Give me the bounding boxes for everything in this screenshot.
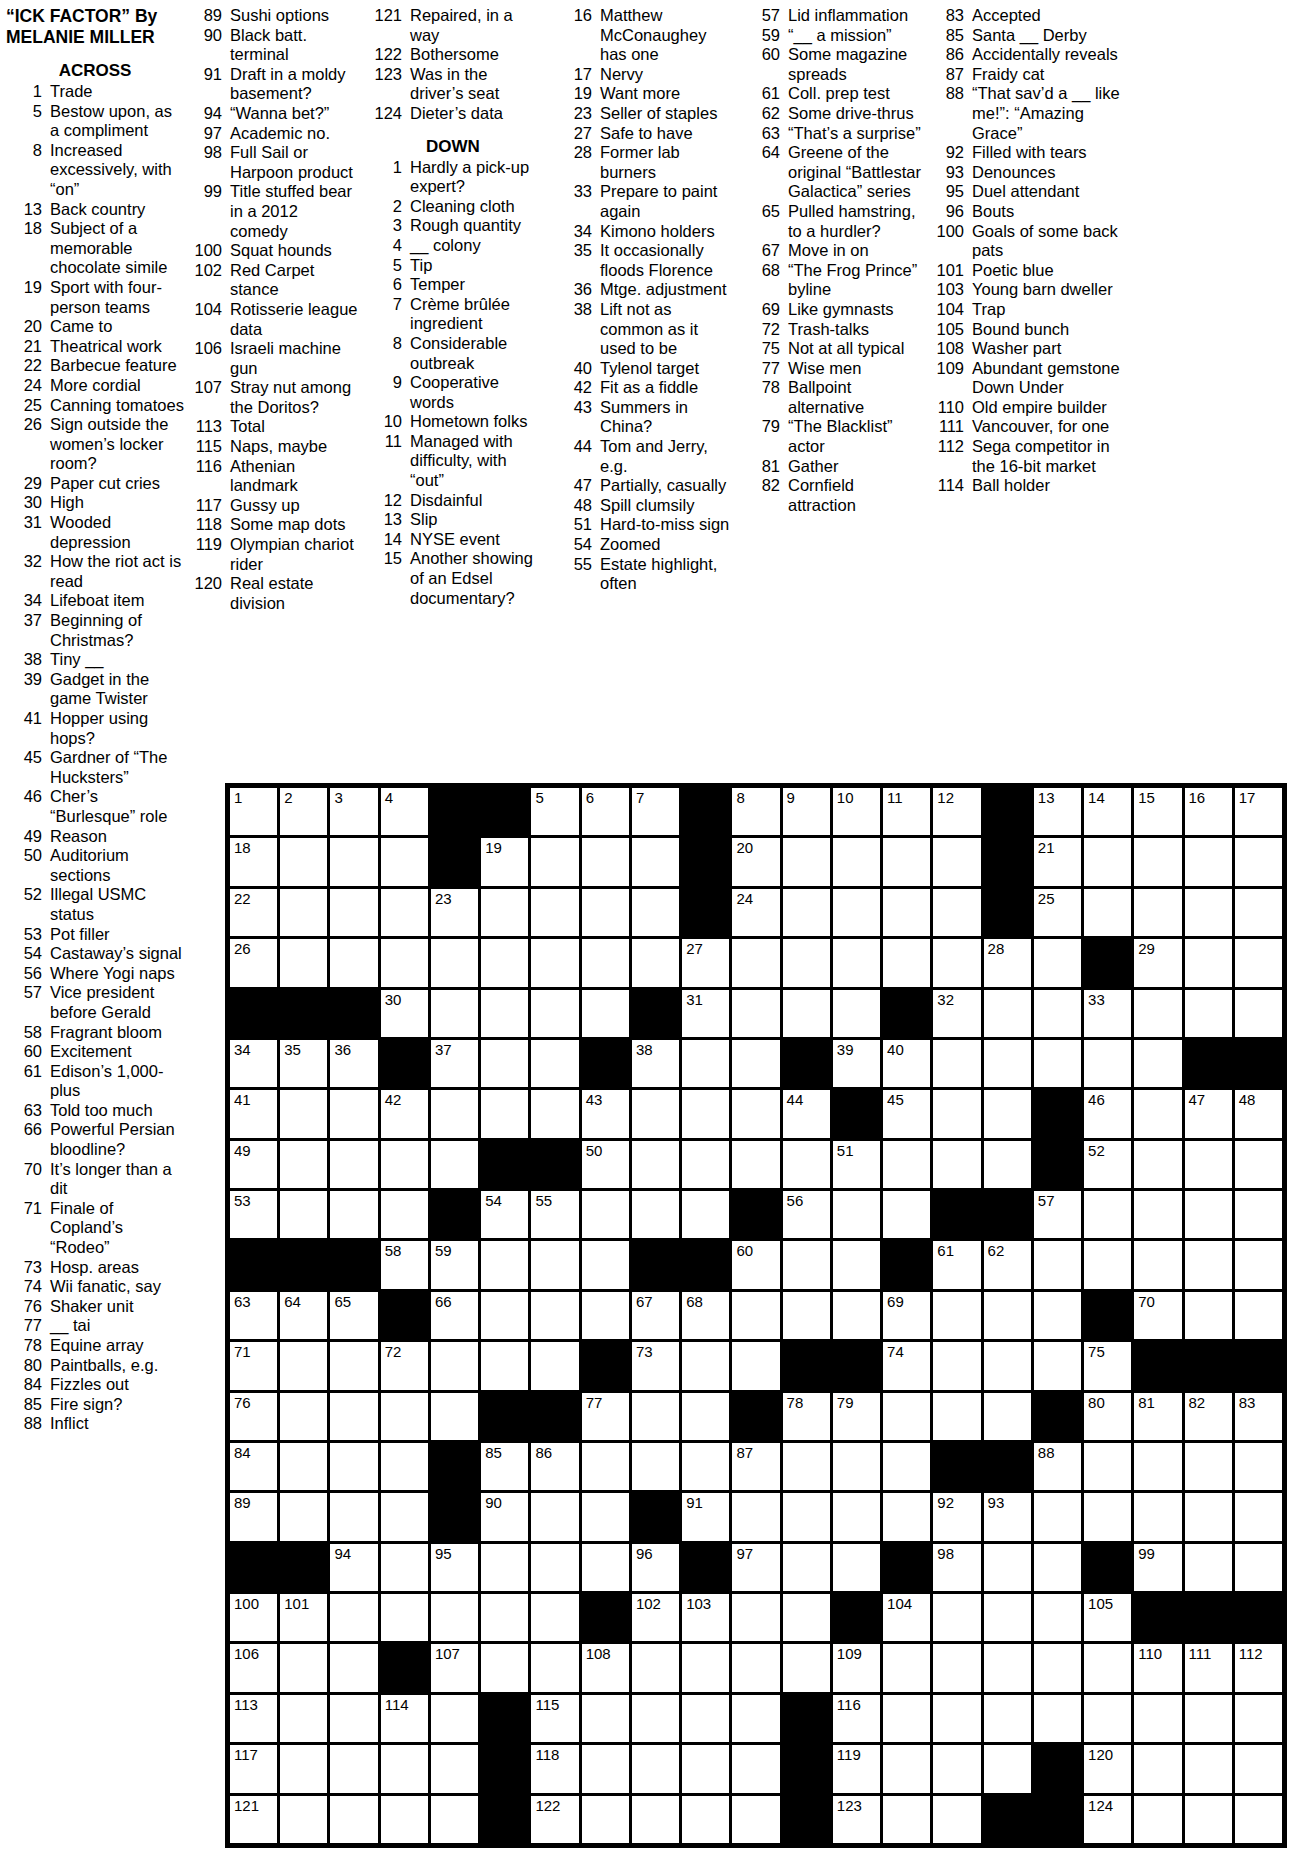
cell-r7c21[interactable]: 48 <box>1235 1090 1282 1137</box>
cell-r1c12[interactable]: 9 <box>783 788 830 835</box>
cell-r5c5[interactable] <box>431 990 478 1037</box>
cell-r4c16[interactable]: 28 <box>984 939 1031 986</box>
cell-r8c11[interactable] <box>732 1141 779 1188</box>
cell-r21c10[interactable] <box>682 1796 729 1843</box>
cell-r3c11[interactable]: 24 <box>732 889 779 936</box>
cell-r14c21[interactable] <box>1235 1443 1282 1490</box>
cell-r14c20[interactable] <box>1185 1443 1232 1490</box>
cell-r11c19[interactable]: 70 <box>1134 1292 1181 1339</box>
cell-r5c11[interactable] <box>732 990 779 1037</box>
cell-r15c10[interactable]: 91 <box>682 1493 729 1540</box>
cell-r19c1[interactable]: 113 <box>230 1695 277 1742</box>
cell-r8c10[interactable] <box>682 1141 729 1188</box>
cell-r13c4[interactable] <box>381 1393 428 1440</box>
cell-r2c4[interactable] <box>381 838 428 885</box>
cell-r12c18[interactable]: 75 <box>1084 1342 1131 1389</box>
cell-r3c21[interactable] <box>1235 889 1282 936</box>
cell-r10c12[interactable] <box>783 1241 830 1288</box>
cell-r18c15[interactable] <box>933 1644 980 1691</box>
cell-r5c19[interactable] <box>1134 990 1181 1037</box>
cell-r1c17[interactable]: 13 <box>1034 788 1081 835</box>
cell-r15c12[interactable] <box>783 1493 830 1540</box>
cell-r10c17[interactable] <box>1034 1241 1081 1288</box>
cell-r9c18[interactable] <box>1084 1191 1131 1238</box>
cell-r14c4[interactable] <box>381 1443 428 1490</box>
cell-r11c14[interactable]: 69 <box>883 1292 930 1339</box>
cell-r13c10[interactable] <box>682 1393 729 1440</box>
cell-r19c20[interactable] <box>1185 1695 1232 1742</box>
cell-r2c12[interactable] <box>783 838 830 885</box>
cell-r21c9[interactable] <box>632 1796 679 1843</box>
cell-r17c7[interactable] <box>531 1594 578 1641</box>
cell-r17c9[interactable]: 102 <box>632 1594 679 1641</box>
cell-r9c9[interactable] <box>632 1191 679 1238</box>
cell-r7c1[interactable]: 41 <box>230 1090 277 1137</box>
cell-r13c2[interactable] <box>280 1393 327 1440</box>
cell-r9c1[interactable]: 53 <box>230 1191 277 1238</box>
cell-r6c13[interactable]: 39 <box>833 1040 880 1087</box>
cell-r18c7[interactable] <box>531 1644 578 1691</box>
cell-r15c20[interactable] <box>1185 1493 1232 1540</box>
cell-r1c7[interactable]: 5 <box>531 788 578 835</box>
cell-r19c3[interactable] <box>330 1695 377 1742</box>
cell-r6c2[interactable]: 35 <box>280 1040 327 1087</box>
cell-r3c7[interactable] <box>531 889 578 936</box>
cell-r20c15[interactable] <box>933 1745 980 1792</box>
cell-r14c3[interactable] <box>330 1443 377 1490</box>
cell-r6c19[interactable] <box>1134 1040 1181 1087</box>
cell-r15c15[interactable]: 92 <box>933 1493 980 1540</box>
cell-r18c14[interactable] <box>883 1644 930 1691</box>
cell-r6c16[interactable] <box>984 1040 1031 1087</box>
cell-r5c15[interactable]: 32 <box>933 990 980 1037</box>
cell-r16c21[interactable] <box>1235 1544 1282 1591</box>
cell-r20c14[interactable] <box>883 1745 930 1792</box>
cell-r7c14[interactable]: 45 <box>883 1090 930 1137</box>
cell-r9c14[interactable] <box>883 1191 930 1238</box>
cell-r15c1[interactable]: 89 <box>230 1493 277 1540</box>
cell-r16c8[interactable] <box>582 1544 629 1591</box>
cell-r8c8[interactable]: 50 <box>582 1141 629 1188</box>
cell-r7c8[interactable]: 43 <box>582 1090 629 1137</box>
cell-r10c4[interactable]: 58 <box>381 1241 428 1288</box>
cell-r3c8[interactable] <box>582 889 629 936</box>
cell-r11c13[interactable] <box>833 1292 880 1339</box>
cell-r3c18[interactable] <box>1084 889 1131 936</box>
cell-r16c5[interactable]: 95 <box>431 1544 478 1591</box>
cell-r20c16[interactable] <box>984 1745 1031 1792</box>
cell-r7c3[interactable] <box>330 1090 377 1137</box>
cell-r7c15[interactable] <box>933 1090 980 1137</box>
cell-r10c15[interactable]: 61 <box>933 1241 980 1288</box>
cell-r14c10[interactable] <box>682 1443 729 1490</box>
cell-r16c9[interactable]: 96 <box>632 1544 679 1591</box>
cell-r16c4[interactable] <box>381 1544 428 1591</box>
cell-r4c4[interactable] <box>381 939 428 986</box>
cell-r6c9[interactable]: 38 <box>632 1040 679 1087</box>
cell-r21c14[interactable] <box>883 1796 930 1843</box>
cell-r3c9[interactable] <box>632 889 679 936</box>
cell-r16c11[interactable]: 97 <box>732 1544 779 1591</box>
cell-r19c15[interactable] <box>933 1695 980 1742</box>
cell-r8c13[interactable]: 51 <box>833 1141 880 1188</box>
cell-r8c18[interactable]: 52 <box>1084 1141 1131 1188</box>
cell-r13c14[interactable] <box>883 1393 930 1440</box>
cell-r3c20[interactable] <box>1185 889 1232 936</box>
cell-r1c3[interactable]: 3 <box>330 788 377 835</box>
cell-r14c8[interactable] <box>582 1443 629 1490</box>
cell-r15c2[interactable] <box>280 1493 327 1540</box>
cell-r9c8[interactable] <box>582 1191 629 1238</box>
cell-r14c17[interactable]: 88 <box>1034 1443 1081 1490</box>
cell-r1c2[interactable]: 2 <box>280 788 327 835</box>
cell-r5c4[interactable]: 30 <box>381 990 428 1037</box>
cell-r8c16[interactable] <box>984 1141 1031 1188</box>
cell-r13c21[interactable]: 83 <box>1235 1393 1282 1440</box>
cell-r6c11[interactable] <box>732 1040 779 1087</box>
cell-r11c2[interactable]: 64 <box>280 1292 327 1339</box>
cell-r7c19[interactable] <box>1134 1090 1181 1137</box>
cell-r4c2[interactable] <box>280 939 327 986</box>
cell-r9c6[interactable]: 54 <box>481 1191 528 1238</box>
cell-r19c14[interactable] <box>883 1695 930 1742</box>
cell-r6c6[interactable] <box>481 1040 528 1087</box>
cell-r17c2[interactable]: 101 <box>280 1594 327 1641</box>
cell-r2c14[interactable] <box>883 838 930 885</box>
cell-r1c11[interactable]: 8 <box>732 788 779 835</box>
cell-r17c4[interactable] <box>381 1594 428 1641</box>
cell-r19c18[interactable] <box>1084 1695 1131 1742</box>
cell-r18c12[interactable] <box>783 1644 830 1691</box>
cell-r16c16[interactable] <box>984 1544 1031 1591</box>
cell-r11c6[interactable] <box>481 1292 528 1339</box>
cell-r10c20[interactable] <box>1185 1241 1232 1288</box>
cell-r5c7[interactable] <box>531 990 578 1037</box>
cell-r11c21[interactable] <box>1235 1292 1282 1339</box>
cell-r6c17[interactable] <box>1034 1040 1081 1087</box>
cell-r9c13[interactable] <box>833 1191 880 1238</box>
cell-r3c13[interactable] <box>833 889 880 936</box>
cell-r15c8[interactable] <box>582 1493 629 1540</box>
cell-r18c6[interactable] <box>481 1644 528 1691</box>
cell-r19c17[interactable] <box>1034 1695 1081 1742</box>
cell-r1c1[interactable]: 1 <box>230 788 277 835</box>
cell-r11c10[interactable]: 68 <box>682 1292 729 1339</box>
cell-r3c4[interactable] <box>381 889 428 936</box>
cell-r21c3[interactable] <box>330 1796 377 1843</box>
cell-r1c19[interactable]: 15 <box>1134 788 1181 835</box>
cell-r13c13[interactable]: 79 <box>833 1393 880 1440</box>
cell-r6c1[interactable]: 34 <box>230 1040 277 1087</box>
cell-r8c2[interactable] <box>280 1141 327 1188</box>
cell-r13c9[interactable] <box>632 1393 679 1440</box>
cell-r3c1[interactable]: 22 <box>230 889 277 936</box>
cell-r18c3[interactable] <box>330 1644 377 1691</box>
cell-r10c6[interactable] <box>481 1241 528 1288</box>
cell-r7c5[interactable] <box>431 1090 478 1137</box>
cell-r20c8[interactable] <box>582 1745 629 1792</box>
cell-r17c18[interactable]: 105 <box>1084 1594 1131 1641</box>
cell-r21c8[interactable] <box>582 1796 629 1843</box>
cell-r9c10[interactable] <box>682 1191 729 1238</box>
cell-r1c13[interactable]: 10 <box>833 788 880 835</box>
cell-r5c10[interactable]: 31 <box>682 990 729 1037</box>
cell-r10c5[interactable]: 59 <box>431 1241 478 1288</box>
cell-r2c15[interactable] <box>933 838 980 885</box>
cell-r21c4[interactable] <box>381 1796 428 1843</box>
cell-r4c7[interactable] <box>531 939 578 986</box>
cell-r16c3[interactable]: 94 <box>330 1544 377 1591</box>
cell-r18c8[interactable]: 108 <box>582 1644 629 1691</box>
cell-r21c1[interactable]: 121 <box>230 1796 277 1843</box>
cell-r16c19[interactable]: 99 <box>1134 1544 1181 1591</box>
cell-r5c20[interactable] <box>1185 990 1232 1037</box>
cell-r21c18[interactable]: 124 <box>1084 1796 1131 1843</box>
cell-r20c3[interactable] <box>330 1745 377 1792</box>
cell-r15c11[interactable] <box>732 1493 779 1540</box>
cell-r19c5[interactable] <box>431 1695 478 1742</box>
cell-r4c21[interactable] <box>1235 939 1282 986</box>
cell-r6c18[interactable] <box>1084 1040 1131 1087</box>
cell-r6c14[interactable]: 40 <box>883 1040 930 1087</box>
cell-r7c12[interactable]: 44 <box>783 1090 830 1137</box>
cell-r14c12[interactable] <box>783 1443 830 1490</box>
cell-r4c8[interactable] <box>582 939 629 986</box>
cell-r11c3[interactable]: 65 <box>330 1292 377 1339</box>
cell-r14c18[interactable] <box>1084 1443 1131 1490</box>
cell-r16c12[interactable] <box>783 1544 830 1591</box>
cell-r11c8[interactable] <box>582 1292 629 1339</box>
cell-r14c7[interactable]: 86 <box>531 1443 578 1490</box>
cell-r19c13[interactable]: 116 <box>833 1695 880 1742</box>
cell-r2c18[interactable] <box>1084 838 1131 885</box>
cell-r12c5[interactable] <box>431 1342 478 1389</box>
cell-r18c5[interactable]: 107 <box>431 1644 478 1691</box>
cell-r13c1[interactable]: 76 <box>230 1393 277 1440</box>
cell-r18c20[interactable]: 111 <box>1185 1644 1232 1691</box>
cell-r16c6[interactable] <box>481 1544 528 1591</box>
cell-r3c12[interactable] <box>783 889 830 936</box>
cell-r18c9[interactable] <box>632 1644 679 1691</box>
cell-r18c19[interactable]: 110 <box>1134 1644 1181 1691</box>
cell-r2c11[interactable]: 20 <box>732 838 779 885</box>
cell-r7c10[interactable] <box>682 1090 729 1137</box>
cell-r4c17[interactable] <box>1034 939 1081 986</box>
cell-r9c3[interactable] <box>330 1191 377 1238</box>
cell-r14c1[interactable]: 84 <box>230 1443 277 1490</box>
cell-r21c2[interactable] <box>280 1796 327 1843</box>
cell-r13c12[interactable]: 78 <box>783 1393 830 1440</box>
cell-r20c9[interactable] <box>632 1745 679 1792</box>
cell-r15c16[interactable]: 93 <box>984 1493 1031 1540</box>
cell-r6c5[interactable]: 37 <box>431 1040 478 1087</box>
cell-r1c4[interactable]: 4 <box>381 788 428 835</box>
cell-r5c17[interactable] <box>1034 990 1081 1037</box>
cell-r20c4[interactable] <box>381 1745 428 1792</box>
cell-r20c20[interactable] <box>1185 1745 1232 1792</box>
cell-r7c9[interactable] <box>632 1090 679 1137</box>
cell-r15c21[interactable] <box>1235 1493 1282 1540</box>
cell-r16c17[interactable] <box>1034 1544 1081 1591</box>
cell-r7c11[interactable] <box>732 1090 779 1137</box>
cell-r11c17[interactable] <box>1034 1292 1081 1339</box>
cell-r7c2[interactable] <box>280 1090 327 1137</box>
cell-r12c17[interactable] <box>1034 1342 1081 1389</box>
cell-r5c13[interactable] <box>833 990 880 1037</box>
cell-r20c21[interactable] <box>1235 1745 1282 1792</box>
cell-r1c9[interactable]: 7 <box>632 788 679 835</box>
cell-r15c19[interactable] <box>1134 1493 1181 1540</box>
cell-r11c11[interactable] <box>732 1292 779 1339</box>
cell-r16c15[interactable]: 98 <box>933 1544 980 1591</box>
cell-r1c18[interactable]: 14 <box>1084 788 1131 835</box>
cell-r17c17[interactable] <box>1034 1594 1081 1641</box>
cell-r8c19[interactable] <box>1134 1141 1181 1188</box>
cell-r17c11[interactable] <box>732 1594 779 1641</box>
cell-r21c7[interactable]: 122 <box>531 1796 578 1843</box>
cell-r13c18[interactable]: 80 <box>1084 1393 1131 1440</box>
cell-r6c3[interactable]: 36 <box>330 1040 377 1087</box>
cell-r12c6[interactable] <box>481 1342 528 1389</box>
cell-r3c3[interactable] <box>330 889 377 936</box>
cell-r3c14[interactable] <box>883 889 930 936</box>
cell-r3c19[interactable] <box>1134 889 1181 936</box>
cell-r21c20[interactable] <box>1185 1796 1232 1843</box>
cell-r4c6[interactable] <box>481 939 528 986</box>
cell-r2c19[interactable] <box>1134 838 1181 885</box>
cell-r4c3[interactable] <box>330 939 377 986</box>
cell-r6c10[interactable] <box>682 1040 729 1087</box>
cell-r11c16[interactable] <box>984 1292 1031 1339</box>
cell-r13c16[interactable] <box>984 1393 1031 1440</box>
cell-r10c11[interactable]: 60 <box>732 1241 779 1288</box>
cell-r11c7[interactable] <box>531 1292 578 1339</box>
cell-r10c19[interactable] <box>1134 1241 1181 1288</box>
cell-r1c21[interactable]: 17 <box>1235 788 1282 835</box>
cell-r5c6[interactable] <box>481 990 528 1037</box>
cell-r18c11[interactable] <box>732 1644 779 1691</box>
cell-r12c15[interactable] <box>933 1342 980 1389</box>
cell-r8c21[interactable] <box>1235 1141 1282 1188</box>
cell-r18c18[interactable] <box>1084 1644 1131 1691</box>
cell-r16c20[interactable] <box>1185 1544 1232 1591</box>
cell-r12c14[interactable]: 74 <box>883 1342 930 1389</box>
cell-r7c18[interactable]: 46 <box>1084 1090 1131 1137</box>
cell-r17c15[interactable] <box>933 1594 980 1641</box>
cell-r12c16[interactable] <box>984 1342 1031 1389</box>
cell-r21c13[interactable]: 123 <box>833 1796 880 1843</box>
cell-r11c5[interactable]: 66 <box>431 1292 478 1339</box>
cell-r15c17[interactable] <box>1034 1493 1081 1540</box>
cell-r5c18[interactable]: 33 <box>1084 990 1131 1037</box>
cell-r13c19[interactable]: 81 <box>1134 1393 1181 1440</box>
cell-r4c1[interactable]: 26 <box>230 939 277 986</box>
cell-r17c14[interactable]: 104 <box>883 1594 930 1641</box>
cell-r9c4[interactable] <box>381 1191 428 1238</box>
cell-r18c1[interactable]: 106 <box>230 1644 277 1691</box>
cell-r12c10[interactable] <box>682 1342 729 1389</box>
cell-r8c4[interactable] <box>381 1141 428 1188</box>
cell-r12c11[interactable] <box>732 1342 779 1389</box>
cell-r2c2[interactable] <box>280 838 327 885</box>
cell-r13c15[interactable] <box>933 1393 980 1440</box>
cell-r7c6[interactable] <box>481 1090 528 1137</box>
cell-r15c14[interactable] <box>883 1493 930 1540</box>
cell-r3c5[interactable]: 23 <box>431 889 478 936</box>
cell-r7c16[interactable] <box>984 1090 1031 1137</box>
cell-r4c9[interactable] <box>632 939 679 986</box>
cell-r14c9[interactable] <box>632 1443 679 1490</box>
cell-r20c13[interactable]: 119 <box>833 1745 880 1792</box>
cell-r12c4[interactable]: 72 <box>381 1342 428 1389</box>
cell-r8c9[interactable] <box>632 1141 679 1188</box>
cell-r19c8[interactable] <box>582 1695 629 1742</box>
cell-r18c10[interactable] <box>682 1644 729 1691</box>
cell-r11c12[interactable] <box>783 1292 830 1339</box>
cell-r16c13[interactable] <box>833 1544 880 1591</box>
cell-r12c3[interactable] <box>330 1342 377 1389</box>
cell-r1c8[interactable]: 6 <box>582 788 629 835</box>
cell-r9c20[interactable] <box>1185 1191 1232 1238</box>
cell-r18c2[interactable] <box>280 1644 327 1691</box>
cell-r4c20[interactable] <box>1185 939 1232 986</box>
cell-r11c20[interactable] <box>1185 1292 1232 1339</box>
cell-r20c19[interactable] <box>1134 1745 1181 1792</box>
cell-r15c3[interactable] <box>330 1493 377 1540</box>
cell-r5c21[interactable] <box>1235 990 1282 1037</box>
cell-r11c15[interactable] <box>933 1292 980 1339</box>
cell-r18c16[interactable] <box>984 1644 1031 1691</box>
cell-r4c14[interactable] <box>883 939 930 986</box>
cell-r12c2[interactable] <box>280 1342 327 1389</box>
cell-r8c20[interactable] <box>1185 1141 1232 1188</box>
cell-r14c19[interactable] <box>1134 1443 1181 1490</box>
cell-r1c14[interactable]: 11 <box>883 788 930 835</box>
cell-r18c13[interactable]: 109 <box>833 1644 880 1691</box>
cell-r19c10[interactable] <box>682 1695 729 1742</box>
cell-r4c15[interactable] <box>933 939 980 986</box>
cell-r15c7[interactable] <box>531 1493 578 1540</box>
cell-r2c7[interactable] <box>531 838 578 885</box>
cell-r19c7[interactable]: 115 <box>531 1695 578 1742</box>
cell-r7c20[interactable]: 47 <box>1185 1090 1232 1137</box>
cell-r11c1[interactable]: 63 <box>230 1292 277 1339</box>
cell-r4c5[interactable] <box>431 939 478 986</box>
cell-r19c21[interactable] <box>1235 1695 1282 1742</box>
cell-r10c16[interactable]: 62 <box>984 1241 1031 1288</box>
cell-r17c6[interactable] <box>481 1594 528 1641</box>
cell-r18c17[interactable] <box>1034 1644 1081 1691</box>
cell-r2c6[interactable]: 19 <box>481 838 528 885</box>
cell-r14c2[interactable] <box>280 1443 327 1490</box>
cell-r18c21[interactable]: 112 <box>1235 1644 1282 1691</box>
cell-r12c1[interactable]: 71 <box>230 1342 277 1389</box>
cell-r13c8[interactable]: 77 <box>582 1393 629 1440</box>
cell-r19c4[interactable]: 114 <box>381 1695 428 1742</box>
cell-r4c12[interactable] <box>783 939 830 986</box>
cell-r14c11[interactable]: 87 <box>732 1443 779 1490</box>
cell-r20c7[interactable]: 118 <box>531 1745 578 1792</box>
cell-r4c10[interactable]: 27 <box>682 939 729 986</box>
cell-r6c15[interactable] <box>933 1040 980 1087</box>
cell-r3c6[interactable] <box>481 889 528 936</box>
cell-r8c15[interactable] <box>933 1141 980 1188</box>
cell-r2c20[interactable] <box>1185 838 1232 885</box>
cell-r13c20[interactable]: 82 <box>1185 1393 1232 1440</box>
cell-r19c16[interactable] <box>984 1695 1031 1742</box>
cell-r14c14[interactable] <box>883 1443 930 1490</box>
cell-r12c9[interactable]: 73 <box>632 1342 679 1389</box>
